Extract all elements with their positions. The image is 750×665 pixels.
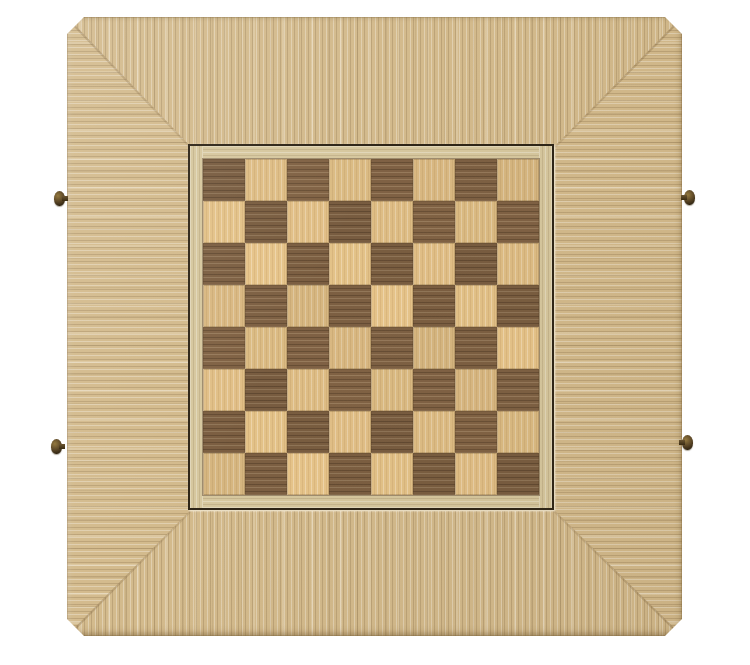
brass-knob-left-lower: [51, 439, 62, 454]
square-c5[interactable]: [287, 285, 329, 327]
square-a8[interactable]: [203, 159, 245, 201]
square-b5[interactable]: [245, 285, 287, 327]
square-e4[interactable]: [371, 327, 413, 369]
square-d5[interactable]: [329, 285, 371, 327]
square-h2[interactable]: [497, 411, 539, 453]
miter-seam-bottom-right: [554, 511, 683, 638]
square-c8[interactable]: [287, 159, 329, 201]
square-f5[interactable]: [413, 285, 455, 327]
game-table-top: [67, 17, 682, 636]
square-g6[interactable]: [455, 243, 497, 285]
square-g2[interactable]: [455, 411, 497, 453]
square-g5[interactable]: [455, 285, 497, 327]
square-e1[interactable]: [371, 453, 413, 495]
square-b7[interactable]: [245, 201, 287, 243]
square-h8[interactable]: [497, 159, 539, 201]
square-e8[interactable]: [371, 159, 413, 201]
board-border-left: [190, 146, 203, 508]
brass-knob-right-upper: [684, 190, 695, 205]
square-f6[interactable]: [413, 243, 455, 285]
square-d6[interactable]: [329, 243, 371, 285]
square-h7[interactable]: [497, 201, 539, 243]
square-e7[interactable]: [371, 201, 413, 243]
square-f1[interactable]: [413, 453, 455, 495]
square-d4[interactable]: [329, 327, 371, 369]
square-h3[interactable]: [497, 369, 539, 411]
square-f3[interactable]: [413, 369, 455, 411]
square-c7[interactable]: [287, 201, 329, 243]
square-c2[interactable]: [287, 411, 329, 453]
square-e2[interactable]: [371, 411, 413, 453]
square-g3[interactable]: [455, 369, 497, 411]
square-d2[interactable]: [329, 411, 371, 453]
board-border-right: [539, 146, 552, 508]
square-h6[interactable]: [497, 243, 539, 285]
board-border-top: [190, 146, 552, 159]
square-c1[interactable]: [287, 453, 329, 495]
square-a3[interactable]: [203, 369, 245, 411]
square-g7[interactable]: [455, 201, 497, 243]
square-b1[interactable]: [245, 453, 287, 495]
square-d1[interactable]: [329, 453, 371, 495]
square-a7[interactable]: [203, 201, 245, 243]
square-b4[interactable]: [245, 327, 287, 369]
square-a5[interactable]: [203, 285, 245, 327]
board-border-bottom: [190, 495, 552, 508]
square-e3[interactable]: [371, 369, 413, 411]
square-g1[interactable]: [455, 453, 497, 495]
square-a4[interactable]: [203, 327, 245, 369]
square-c3[interactable]: [287, 369, 329, 411]
square-e5[interactable]: [371, 285, 413, 327]
square-f8[interactable]: [413, 159, 455, 201]
miter-seam-top-left: [66, 17, 191, 148]
square-b3[interactable]: [245, 369, 287, 411]
square-g8[interactable]: [455, 159, 497, 201]
square-h1[interactable]: [497, 453, 539, 495]
square-h5[interactable]: [497, 285, 539, 327]
brass-knob-left-upper: [54, 191, 65, 206]
square-g4[interactable]: [455, 327, 497, 369]
square-b8[interactable]: [245, 159, 287, 201]
chess-board: [203, 159, 539, 495]
square-d7[interactable]: [329, 201, 371, 243]
square-a1[interactable]: [203, 453, 245, 495]
miter-seam-top-right: [554, 17, 682, 148]
square-e6[interactable]: [371, 243, 413, 285]
brass-knob-right-lower: [682, 435, 693, 450]
square-b2[interactable]: [245, 411, 287, 453]
square-a6[interactable]: [203, 243, 245, 285]
square-f4[interactable]: [413, 327, 455, 369]
square-d8[interactable]: [329, 159, 371, 201]
board-recess: [188, 144, 554, 510]
square-c4[interactable]: [287, 327, 329, 369]
square-a2[interactable]: [203, 411, 245, 453]
miter-seam-bottom-left: [66, 511, 191, 638]
square-f7[interactable]: [413, 201, 455, 243]
square-c6[interactable]: [287, 243, 329, 285]
square-d3[interactable]: [329, 369, 371, 411]
photo-background: [0, 0, 750, 665]
square-b6[interactable]: [245, 243, 287, 285]
square-f2[interactable]: [413, 411, 455, 453]
square-h4[interactable]: [497, 327, 539, 369]
